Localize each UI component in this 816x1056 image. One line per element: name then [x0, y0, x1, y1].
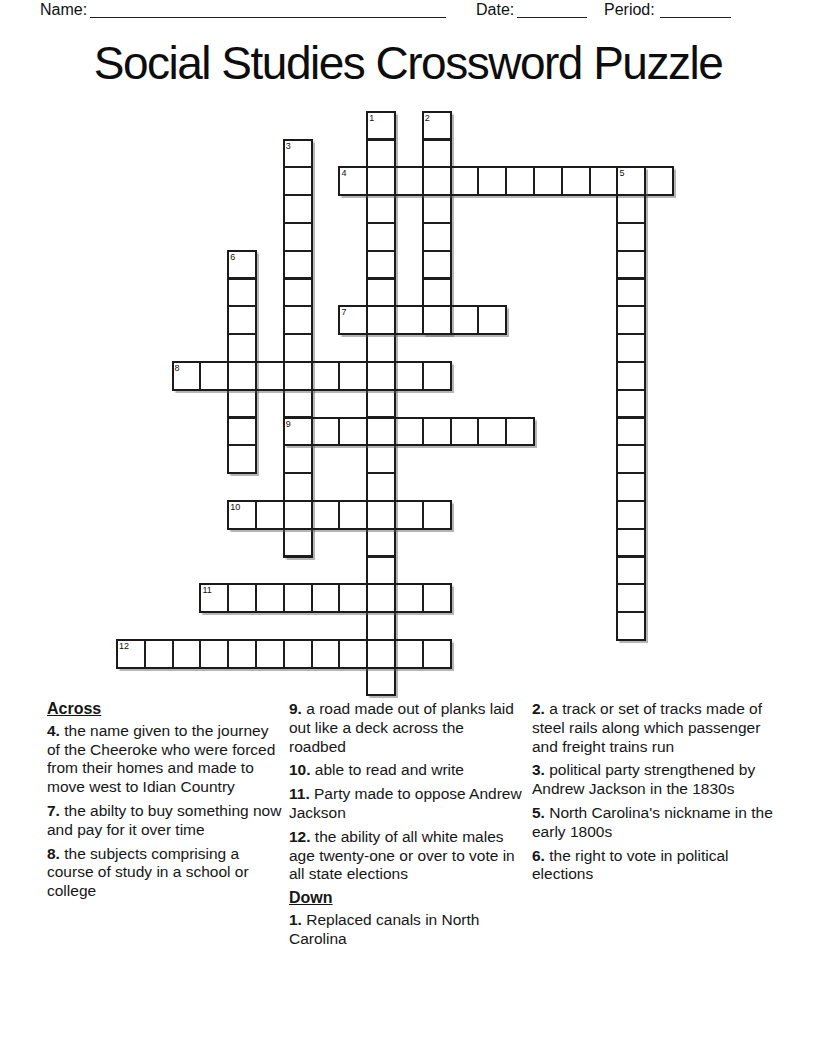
grid-clue-number-3: 3: [283, 139, 291, 151]
grid-clue-number-12: 12: [116, 639, 129, 651]
word-outline-8-across: [172, 361, 452, 391]
clue-across-4: 4. the name given to the journey of the …: [47, 722, 283, 797]
clue-across-7: 7. the abilty to buy something now and p…: [47, 802, 283, 840]
grid-clue-number-2: 2: [422, 111, 430, 123]
clue-across-10: 10. able to read and write: [289, 761, 525, 780]
clue-column-2: 9. a road made out of planks laid out li…: [289, 700, 525, 954]
clue-number: 3.: [532, 761, 545, 778]
clue-number: 10.: [289, 761, 311, 778]
word-outline-11-across: [199, 583, 451, 613]
clue-down-1: 1. Replaced canals in North Carolina: [289, 911, 525, 949]
word-outline-12-across: [116, 639, 452, 669]
word-outline-2-down: [422, 111, 452, 335]
clue-number: 12.: [289, 828, 311, 845]
clue-across-11: 11. Party made to oppose Andrew Jackson: [289, 785, 525, 823]
clue-column-3: 2. a track or set of tracks made of stee…: [532, 700, 774, 889]
grid-clue-number-9: 9: [283, 417, 291, 429]
word-outline-10-across: [227, 500, 451, 530]
crossword-grid: 123456789101112: [0, 0, 816, 700]
word-outline-3-down: [283, 139, 313, 558]
clue-down-6: 6. the right to vote in political electi…: [532, 847, 774, 885]
clue-column-1: Across4. the name given to the journey o…: [47, 700, 283, 906]
clue-number: 4.: [47, 722, 60, 739]
worksheet-page: { "game": "crossword", "header": { "name…: [0, 0, 816, 1056]
word-outline-9-across: [283, 417, 535, 447]
clue-number: 11.: [289, 785, 310, 802]
grid-clue-number-7: 7: [338, 305, 346, 317]
grid-clue-number-11: 11: [199, 583, 211, 595]
grid-clue-number-1: 1: [366, 111, 374, 123]
across-heading: Across: [47, 700, 283, 719]
down-heading: Down: [289, 889, 525, 908]
clue-across-8: 8. the subjects comprising a course of s…: [47, 845, 283, 901]
grid-clue-number-10: 10: [227, 500, 240, 512]
clue-number: 9.: [289, 700, 302, 717]
word-outline-7-across: [338, 305, 507, 335]
clue-number: 1.: [289, 911, 302, 928]
clue-number: 5.: [532, 804, 545, 821]
clue-number: 8.: [47, 845, 60, 862]
clue-number: 6.: [532, 847, 545, 864]
clue-across-9: 9. a road made out of planks laid out li…: [289, 700, 525, 756]
clue-number: 7.: [47, 802, 60, 819]
clue-down-5: 5. North Carolina's nickname in the earl…: [532, 804, 774, 842]
grid-clue-number-6: 6: [227, 250, 235, 262]
clue-down-2: 2. a track or set of tracks made of stee…: [532, 700, 774, 756]
grid-clue-number-5: 5: [616, 166, 624, 178]
grid-clue-number-8: 8: [172, 361, 180, 373]
clue-down-3: 3. political party strengthened by Andre…: [532, 761, 774, 799]
word-outline-5-down: [616, 166, 646, 641]
clue-number: 2.: [532, 700, 545, 717]
grid-clue-number-4: 4: [338, 166, 346, 178]
clue-across-12: 12. the ability of all white males age t…: [289, 828, 525, 884]
